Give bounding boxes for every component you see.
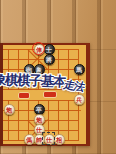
star-point: [68, 67, 69, 72]
black-cannon[interactable]: 砲: [24, 64, 35, 75]
board-line: [18, 49, 19, 90]
board-line: [58, 49, 59, 90]
last-move-ring: [32, 42, 45, 55]
board-line: [0, 100, 78, 101]
black-advisor[interactable]: 士: [44, 44, 55, 55]
video-thumbnail: 俥士將砲象馬兵炮卒炮仕傌帥仕相 象棋棋子基本走法: [0, 0, 116, 154]
board-frame-left: [0, 43, 3, 146]
star-point: [38, 77, 39, 82]
star-point: [18, 108, 19, 113]
board-frame-right: [86, 43, 90, 146]
title-accent-mark: [19, 93, 29, 98]
black-general[interactable]: 將: [44, 54, 55, 65]
title-accent-mark: [44, 92, 56, 97]
red-horse[interactable]: 傌: [24, 134, 35, 145]
red-soldier[interactable]: 兵: [74, 94, 85, 105]
board-line: [68, 100, 69, 141]
selection-box: [42, 132, 55, 145]
star-point: [78, 108, 79, 113]
star-point: [18, 77, 19, 82]
star-point: [78, 77, 79, 82]
star-point: [8, 67, 9, 72]
red-cannon[interactable]: 炮: [4, 104, 15, 115]
star-point: [58, 77, 59, 82]
board-line: [0, 89, 78, 90]
black-elephant[interactable]: 象: [34, 64, 45, 75]
star-point: [58, 108, 59, 113]
board-line: [18, 100, 19, 141]
black-horse[interactable]: 馬: [74, 64, 85, 75]
red-elephant[interactable]: 相: [54, 134, 65, 145]
